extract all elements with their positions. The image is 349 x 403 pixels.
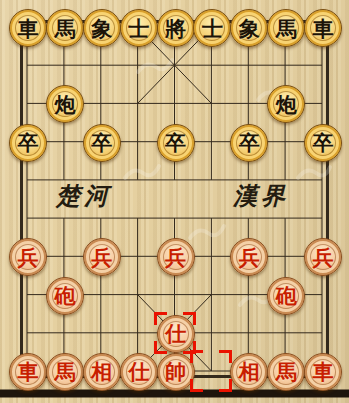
pieces-layer: 車馬象士將士象馬車炮炮卒卒卒卒卒兵兵兵兵兵砲砲仕車馬相仕帥相馬車: [0, 0, 349, 403]
piece-black-advisor[interactable]: 士: [193, 9, 231, 47]
piece-black-cannon[interactable]: 炮: [46, 85, 84, 123]
piece-red-soldier[interactable]: 兵: [9, 238, 47, 276]
piece-black-horse[interactable]: 馬: [46, 9, 84, 47]
piece-black-chariot[interactable]: 車: [304, 9, 342, 47]
piece-black-soldier[interactable]: 卒: [304, 124, 342, 162]
piece-red-elephant[interactable]: 相: [230, 353, 268, 391]
piece-red-soldier[interactable]: 兵: [157, 238, 195, 276]
piece-black-soldier[interactable]: 卒: [230, 124, 268, 162]
piece-red-soldier[interactable]: 兵: [230, 238, 268, 276]
piece-black-chariot[interactable]: 車: [9, 9, 47, 47]
piece-black-elephant[interactable]: 象: [230, 9, 268, 47]
piece-red-soldier[interactable]: 兵: [83, 238, 121, 276]
piece-red-general[interactable]: 帥: [157, 353, 195, 391]
piece-black-cannon[interactable]: 炮: [267, 85, 305, 123]
piece-red-cannon[interactable]: 砲: [46, 277, 84, 315]
piece-black-advisor[interactable]: 士: [120, 9, 158, 47]
piece-red-chariot[interactable]: 車: [304, 353, 342, 391]
piece-red-cannon[interactable]: 砲: [267, 277, 305, 315]
piece-black-soldier[interactable]: 卒: [157, 124, 195, 162]
piece-red-horse[interactable]: 馬: [46, 353, 84, 391]
piece-red-horse[interactable]: 馬: [267, 353, 305, 391]
piece-red-advisor[interactable]: 仕: [157, 315, 195, 353]
piece-black-horse[interactable]: 馬: [267, 9, 305, 47]
piece-black-elephant[interactable]: 象: [83, 9, 121, 47]
piece-red-advisor[interactable]: 仕: [120, 353, 158, 391]
piece-red-soldier[interactable]: 兵: [304, 238, 342, 276]
piece-black-soldier[interactable]: 卒: [83, 124, 121, 162]
xiangqi-board: 楚河 漢界 車馬象士將士象馬車炮炮卒卒卒卒卒兵兵兵兵兵砲砲仕車馬相仕帥相馬車: [0, 0, 349, 403]
move-from-marker: [190, 350, 232, 392]
piece-red-elephant[interactable]: 相: [83, 353, 121, 391]
piece-black-soldier[interactable]: 卒: [9, 124, 47, 162]
piece-red-chariot[interactable]: 車: [9, 353, 47, 391]
piece-black-general[interactable]: 將: [157, 9, 195, 47]
